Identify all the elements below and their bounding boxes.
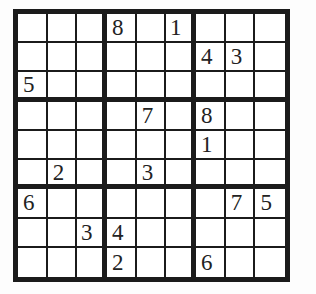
cell-r6c6[interactable] <box>166 160 196 189</box>
cell-r2c3[interactable] <box>77 43 107 72</box>
given-digit: 4 <box>112 221 124 244</box>
cell-r8c3[interactable]: 3 <box>77 219 107 248</box>
given-digit: 3 <box>142 161 154 184</box>
cell-r7c7[interactable] <box>196 189 226 218</box>
cell-r6c2[interactable]: 2 <box>48 160 78 189</box>
cell-r4c7[interactable]: 8 <box>196 102 226 131</box>
cell-r3c8[interactable] <box>226 72 256 101</box>
cell-r7c5[interactable] <box>137 189 167 218</box>
cell-r1c4[interactable]: 8 <box>107 14 137 43</box>
cell-r2c5[interactable] <box>137 43 167 72</box>
cell-r7c2[interactable] <box>48 189 78 218</box>
cell-r5c6[interactable] <box>166 131 196 160</box>
given-digit: 5 <box>260 191 272 214</box>
cell-r6c7[interactable] <box>196 160 226 189</box>
cell-r8c1[interactable] <box>18 219 48 248</box>
cell-r1c6[interactable]: 1 <box>166 14 196 43</box>
cell-r2c7[interactable]: 4 <box>196 43 226 72</box>
cell-r8c6[interactable] <box>166 219 196 248</box>
cell-r4c4[interactable] <box>107 102 137 131</box>
cell-r9c8[interactable] <box>226 248 256 277</box>
sudoku-board: 81435781236753426 <box>13 9 290 282</box>
cell-r9c4[interactable]: 2 <box>107 248 137 277</box>
cell-r7c9[interactable]: 5 <box>255 189 285 218</box>
cell-r9c2[interactable] <box>48 248 78 277</box>
cell-r8c5[interactable] <box>137 219 167 248</box>
cell-r3c9[interactable] <box>255 72 285 101</box>
cell-r2c2[interactable] <box>48 43 78 72</box>
cell-r4c3[interactable] <box>77 102 107 131</box>
cell-r3c4[interactable] <box>107 72 137 101</box>
cell-r3c6[interactable] <box>166 72 196 101</box>
given-digit: 3 <box>231 45 243 68</box>
given-digit: 6 <box>23 191 35 214</box>
cell-r5c2[interactable] <box>48 131 78 160</box>
given-digit: 8 <box>112 16 124 39</box>
cell-r1c3[interactable] <box>77 14 107 43</box>
cell-r4c1[interactable] <box>18 102 48 131</box>
cell-r5c5[interactable] <box>137 131 167 160</box>
cell-r1c1[interactable] <box>18 14 48 43</box>
cell-r6c8[interactable] <box>226 160 256 189</box>
cell-r5c9[interactable] <box>255 131 285 160</box>
cell-r5c8[interactable] <box>226 131 256 160</box>
cell-r4c2[interactable] <box>48 102 78 131</box>
cell-r9c7[interactable]: 6 <box>196 248 226 277</box>
cell-r5c7[interactable]: 1 <box>196 131 226 160</box>
cell-r1c9[interactable] <box>255 14 285 43</box>
cell-r8c7[interactable] <box>196 219 226 248</box>
cell-r9c1[interactable] <box>18 248 48 277</box>
cell-r9c3[interactable] <box>77 248 107 277</box>
cell-r7c4[interactable] <box>107 189 137 218</box>
cell-r8c9[interactable] <box>255 219 285 248</box>
cell-r2c6[interactable] <box>166 43 196 72</box>
cell-r4c9[interactable] <box>255 102 285 131</box>
cell-r3c5[interactable] <box>137 72 167 101</box>
cell-r6c9[interactable] <box>255 160 285 189</box>
cell-r7c8[interactable]: 7 <box>226 189 256 218</box>
given-digit: 7 <box>142 104 154 127</box>
cell-r8c4[interactable]: 4 <box>107 219 137 248</box>
given-digit: 6 <box>201 251 213 274</box>
given-digit: 3 <box>81 221 93 244</box>
cell-r2c4[interactable] <box>107 43 137 72</box>
cell-r1c5[interactable] <box>137 14 167 43</box>
cell-r8c8[interactable] <box>226 219 256 248</box>
given-digit: 8 <box>201 104 213 127</box>
cell-r4c8[interactable] <box>226 102 256 131</box>
cell-r2c9[interactable] <box>255 43 285 72</box>
cell-r1c8[interactable] <box>226 14 256 43</box>
given-digit: 1 <box>170 16 182 39</box>
cell-r3c7[interactable] <box>196 72 226 101</box>
cell-r6c1[interactable] <box>18 160 48 189</box>
cell-r1c7[interactable] <box>196 14 226 43</box>
cell-r3c2[interactable] <box>48 72 78 101</box>
given-digit: 2 <box>53 161 65 184</box>
cell-r3c3[interactable] <box>77 72 107 101</box>
cell-r1c2[interactable] <box>48 14 78 43</box>
cell-r5c3[interactable] <box>77 131 107 160</box>
given-digit: 1 <box>201 133 213 156</box>
cell-r2c8[interactable]: 3 <box>226 43 256 72</box>
cell-r9c6[interactable] <box>166 248 196 277</box>
cell-r4c5[interactable]: 7 <box>137 102 167 131</box>
cell-r6c3[interactable] <box>77 160 107 189</box>
cell-r5c4[interactable] <box>107 131 137 160</box>
cell-r8c2[interactable] <box>48 219 78 248</box>
cell-r5c1[interactable] <box>18 131 48 160</box>
cell-r9c5[interactable] <box>137 248 167 277</box>
given-digit: 2 <box>112 251 124 274</box>
cell-r6c4[interactable] <box>107 160 137 189</box>
given-digit: 5 <box>23 73 35 96</box>
cell-r7c6[interactable] <box>166 189 196 218</box>
cell-r3c1[interactable]: 5 <box>18 72 48 101</box>
cell-r7c1[interactable]: 6 <box>18 189 48 218</box>
cell-r6c5[interactable]: 3 <box>137 160 167 189</box>
given-digit: 7 <box>231 191 243 214</box>
cell-r9c9[interactable] <box>255 248 285 277</box>
cell-r2c1[interactable] <box>18 43 48 72</box>
cell-r4c6[interactable] <box>166 102 196 131</box>
given-digit: 4 <box>201 45 213 68</box>
cell-r7c3[interactable] <box>77 189 107 218</box>
